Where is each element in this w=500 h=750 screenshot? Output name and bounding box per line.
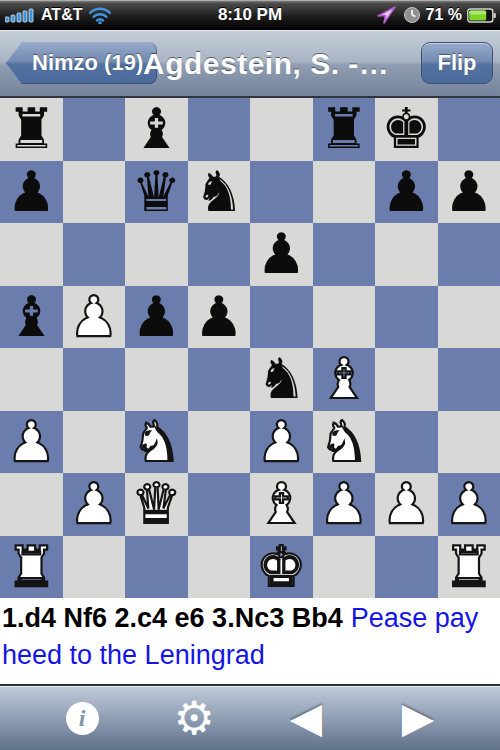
square-c4[interactable] xyxy=(125,348,188,411)
square-b7[interactable] xyxy=(63,161,126,224)
square-h6[interactable] xyxy=(438,223,500,286)
square-c1[interactable] xyxy=(125,536,188,599)
black-pawn: ♟ xyxy=(6,161,56,223)
square-a7[interactable]: ♟ xyxy=(0,161,63,224)
black-rook: ♜ xyxy=(6,98,56,160)
square-f2[interactable]: ♟ xyxy=(313,473,376,536)
back-button-label: Nimzo (19) xyxy=(32,50,143,76)
square-h5[interactable] xyxy=(438,286,500,349)
white-knight: ♞ xyxy=(319,411,369,473)
square-a6[interactable] xyxy=(0,223,63,286)
square-c7[interactable]: ♛ xyxy=(125,161,188,224)
white-pawn: ♟ xyxy=(444,473,494,535)
white-knight: ♞ xyxy=(131,411,181,473)
white-rook: ♜ xyxy=(444,536,494,598)
white-queen: ♛ xyxy=(131,473,181,535)
square-d2[interactable] xyxy=(188,473,251,536)
square-e7[interactable] xyxy=(250,161,313,224)
white-pawn: ♟ xyxy=(69,473,119,535)
square-d8[interactable] xyxy=(188,98,251,161)
square-c3[interactable]: ♞ xyxy=(125,411,188,474)
square-h7[interactable]: ♟ xyxy=(438,161,500,224)
black-pawn: ♟ xyxy=(256,223,306,285)
square-d5[interactable]: ♟ xyxy=(188,286,251,349)
square-e5[interactable] xyxy=(250,286,313,349)
square-d6[interactable] xyxy=(188,223,251,286)
square-f8[interactable]: ♜ xyxy=(313,98,376,161)
battery-icon xyxy=(467,8,496,23)
white-bishop: ♝ xyxy=(319,348,369,410)
square-b2[interactable]: ♟ xyxy=(63,473,126,536)
square-g5[interactable] xyxy=(375,286,438,349)
chess-board: ♜♝♜♚♟♛♞♟♟♟♝♟♟♟♞♝♟♞♟♞♟♛♝♟♟♟♜♚♜ xyxy=(0,98,500,598)
back-button[interactable]: Nimzo (19) xyxy=(6,42,157,84)
square-a3[interactable]: ♟ xyxy=(0,411,63,474)
white-pawn: ♟ xyxy=(256,411,306,473)
settings-button[interactable]: ⚙ xyxy=(164,688,224,748)
flip-button-label: Flip xyxy=(437,50,476,76)
black-king: ♚ xyxy=(381,98,431,160)
square-g6[interactable] xyxy=(375,223,438,286)
white-pawn: ♟ xyxy=(381,473,431,535)
next-move-button[interactable]: ▶ xyxy=(388,688,448,748)
info-icon: i xyxy=(66,702,99,735)
bottom-toolbar: i ⚙ ◀ ▶ xyxy=(0,684,500,750)
square-d4[interactable] xyxy=(188,348,251,411)
square-b8[interactable] xyxy=(63,98,126,161)
white-pawn: ♟ xyxy=(6,411,56,473)
white-pawn: ♟ xyxy=(319,473,369,535)
square-b6[interactable] xyxy=(63,223,126,286)
square-h2[interactable]: ♟ xyxy=(438,473,500,536)
square-e3[interactable]: ♟ xyxy=(250,411,313,474)
square-e6[interactable]: ♟ xyxy=(250,223,313,286)
black-queen: ♛ xyxy=(131,161,181,223)
square-d7[interactable]: ♞ xyxy=(188,161,251,224)
square-a8[interactable]: ♜ xyxy=(0,98,63,161)
page-title: Agdestein, S. -… xyxy=(143,30,389,96)
black-bishop: ♝ xyxy=(6,286,56,348)
alarm-clock-icon xyxy=(403,6,421,24)
black-rook: ♜ xyxy=(319,98,369,160)
black-pawn: ♟ xyxy=(194,286,244,348)
location-arrow-icon xyxy=(376,4,398,26)
moves-text: 1.d4 Nf6 2.c4 e6 3.Nc3 Bb4 xyxy=(2,603,343,633)
battery-percent-label: 71 % xyxy=(426,6,462,24)
black-bishop: ♝ xyxy=(131,98,181,160)
status-bar: AT&T 8:10 PM 71 % xyxy=(0,0,500,30)
square-b4[interactable] xyxy=(63,348,126,411)
square-b3[interactable] xyxy=(63,411,126,474)
previous-move-button[interactable]: ◀ xyxy=(276,688,336,748)
square-f1[interactable] xyxy=(313,536,376,599)
black-pawn: ♟ xyxy=(444,161,494,223)
square-d1[interactable] xyxy=(188,536,251,599)
square-a1[interactable]: ♜ xyxy=(0,536,63,599)
gear-icon: ⚙ xyxy=(173,695,214,741)
white-pawn: ♟ xyxy=(69,286,119,348)
square-a4[interactable] xyxy=(0,348,63,411)
square-e8[interactable] xyxy=(250,98,313,161)
black-knight: ♞ xyxy=(256,348,306,410)
status-right-group: 71 % xyxy=(376,0,496,30)
black-knight: ♞ xyxy=(194,161,244,223)
white-king: ♚ xyxy=(256,536,306,598)
square-g8[interactable]: ♚ xyxy=(375,98,438,161)
square-f7[interactable] xyxy=(313,161,376,224)
square-b5[interactable]: ♟ xyxy=(63,286,126,349)
white-bishop: ♝ xyxy=(256,473,306,535)
square-c2[interactable]: ♛ xyxy=(125,473,188,536)
square-g3[interactable] xyxy=(375,411,438,474)
info-button[interactable]: i xyxy=(52,688,112,748)
square-h8[interactable] xyxy=(438,98,500,161)
square-c5[interactable]: ♟ xyxy=(125,286,188,349)
square-f3[interactable]: ♞ xyxy=(313,411,376,474)
square-g1[interactable] xyxy=(375,536,438,599)
square-b1[interactable] xyxy=(63,536,126,599)
white-rook: ♜ xyxy=(6,536,56,598)
square-e2[interactable]: ♝ xyxy=(250,473,313,536)
info-icon-glyph: i xyxy=(79,705,86,732)
square-g4[interactable] xyxy=(375,348,438,411)
back-arrow-icon: ◀ xyxy=(290,697,322,739)
move-notation-area[interactable]: 1.d4 Nf6 2.c4 e6 3.Nc3 Bb4Pease pay heed… xyxy=(0,598,500,684)
square-g7[interactable]: ♟ xyxy=(375,161,438,224)
square-h1[interactable]: ♜ xyxy=(438,536,500,599)
square-f6[interactable] xyxy=(313,223,376,286)
black-pawn: ♟ xyxy=(131,286,181,348)
square-e1[interactable]: ♚ xyxy=(250,536,313,599)
square-e4[interactable]: ♞ xyxy=(250,348,313,411)
square-a5[interactable]: ♝ xyxy=(0,286,63,349)
square-g2[interactable]: ♟ xyxy=(375,473,438,536)
square-d3[interactable] xyxy=(188,411,251,474)
square-c6[interactable] xyxy=(125,223,188,286)
nav-bar: Nimzo (19) Agdestein, S. -… Flip xyxy=(0,30,500,96)
square-f5[interactable] xyxy=(313,286,376,349)
square-c8[interactable]: ♝ xyxy=(125,98,188,161)
square-h4[interactable] xyxy=(438,348,500,411)
black-pawn: ♟ xyxy=(381,161,431,223)
forward-arrow-icon: ▶ xyxy=(402,697,434,739)
flip-board-button[interactable]: Flip xyxy=(421,42,493,84)
square-h3[interactable] xyxy=(438,411,500,474)
square-a2[interactable] xyxy=(0,473,63,536)
square-f4[interactable]: ♝ xyxy=(313,348,376,411)
